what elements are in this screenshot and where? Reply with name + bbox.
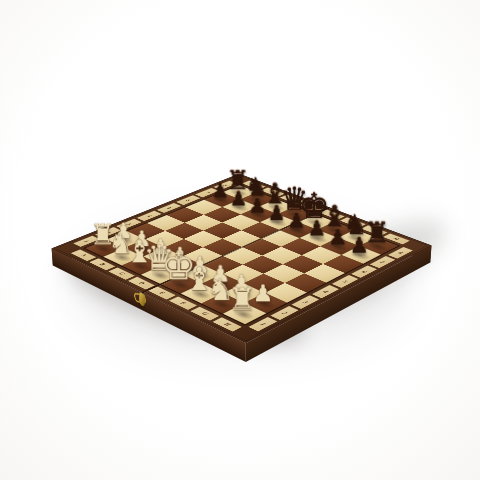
product-photo-background: ABCDEFGH ABCDEFGH 87654321 87654321 ♜♞♝♛… [0, 0, 480, 480]
square-e5 [242, 238, 281, 255]
black-pawn: ♟ [211, 181, 229, 201]
white-rook: ♜ [228, 283, 256, 315]
black-pawn: ♟ [307, 218, 326, 239]
black-pawn: ♟ [349, 234, 368, 256]
square-g6 [302, 246, 342, 264]
black-pawn: ♟ [248, 195, 266, 215]
black-pawn: ♟ [267, 203, 285, 223]
black-pawn: ♟ [328, 226, 347, 247]
black-pawn: ♟ [229, 188, 247, 208]
black-pawn: ♟ [287, 210, 306, 231]
